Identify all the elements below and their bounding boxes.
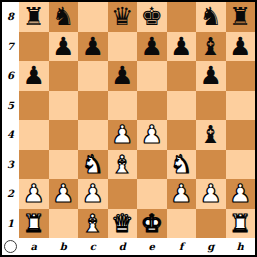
square-a3[interactable]: [19, 150, 49, 180]
square-e7[interactable]: ♟: [137, 32, 167, 62]
square-g5[interactable]: [196, 91, 226, 121]
square-d8[interactable]: ♛: [108, 2, 138, 32]
square-a7[interactable]: [19, 32, 49, 62]
square-a6[interactable]: ♟: [19, 61, 49, 91]
piece-white-queen: ♛: [111, 209, 133, 238]
square-g3[interactable]: [196, 150, 226, 180]
square-g2[interactable]: ♟: [196, 179, 226, 209]
rank-label-2: 2: [2, 179, 19, 209]
square-f2[interactable]: ♟: [167, 179, 197, 209]
square-d3[interactable]: ♝: [108, 150, 138, 180]
square-f7[interactable]: ♟: [167, 32, 197, 62]
piece-white-bishop: ♝: [82, 209, 104, 238]
file-labels: abcdefgh: [19, 238, 255, 255]
square-h7[interactable]: ♟: [226, 32, 256, 62]
piece-white-king: ♚: [141, 209, 163, 238]
file-label-e: e: [137, 238, 167, 255]
bottom-bar: abcdefgh: [2, 238, 255, 255]
square-b2[interactable]: ♟: [49, 179, 79, 209]
square-b1[interactable]: [49, 209, 79, 239]
square-c7[interactable]: ♟: [78, 32, 108, 62]
piece-white-rook: ♜: [229, 209, 251, 238]
square-a2[interactable]: ♟: [19, 179, 49, 209]
square-c6[interactable]: [78, 61, 108, 91]
square-a4[interactable]: [19, 120, 49, 150]
chess-board: ♜♞♛♚♞♜♟♟♟♟♝♟♟♟♟♟♟♝♞♝♞♟♟♟♟♟♟♜♝♛♚♜: [19, 2, 255, 238]
square-d2[interactable]: [108, 179, 138, 209]
square-d1[interactable]: ♛: [108, 209, 138, 239]
rank-label-8: 8: [2, 2, 19, 32]
square-c5[interactable]: [78, 91, 108, 121]
square-e5[interactable]: [137, 91, 167, 121]
square-h4[interactable]: [226, 120, 256, 150]
square-h3[interactable]: [226, 150, 256, 180]
file-label-b: b: [49, 238, 79, 255]
piece-black-pawn: ♟: [23, 61, 45, 90]
square-g7[interactable]: ♝: [196, 32, 226, 62]
piece-black-pawn: ♟: [82, 32, 104, 61]
chess-diagram: 87654321 ♜♞♛♚♞♜♟♟♟♟♝♟♟♟♟♟♟♝♞♝♞♟♟♟♟♟♟♜♝♛♚…: [0, 0, 257, 257]
piece-white-pawn: ♟: [82, 179, 104, 208]
square-f1[interactable]: [167, 209, 197, 239]
square-c8[interactable]: [78, 2, 108, 32]
piece-black-rook: ♜: [229, 2, 251, 31]
piece-black-bishop: ♝: [200, 120, 222, 149]
square-c1[interactable]: ♝: [78, 209, 108, 239]
piece-white-bishop: ♝: [111, 150, 133, 179]
rank-label-6: 6: [2, 61, 19, 91]
square-d4[interactable]: ♟: [108, 120, 138, 150]
piece-black-pawn: ♟: [200, 61, 222, 90]
square-g1[interactable]: [196, 209, 226, 239]
square-f6[interactable]: [167, 61, 197, 91]
square-e6[interactable]: [137, 61, 167, 91]
rank-label-4: 4: [2, 120, 19, 150]
square-g4[interactable]: ♝: [196, 120, 226, 150]
piece-white-knight: ♞: [82, 150, 104, 179]
square-e4[interactable]: ♟: [137, 120, 167, 150]
square-f8[interactable]: [167, 2, 197, 32]
square-d7[interactable]: [108, 32, 138, 62]
square-h5[interactable]: [226, 91, 256, 121]
piece-white-pawn: ♟: [23, 179, 45, 208]
piece-white-rook: ♜: [23, 209, 45, 238]
piece-black-pawn: ♟: [52, 32, 74, 61]
piece-black-pawn: ♟: [141, 32, 163, 61]
file-label-g: g: [196, 238, 226, 255]
piece-black-pawn: ♟: [111, 61, 133, 90]
square-b4[interactable]: [49, 120, 79, 150]
square-e1[interactable]: ♚: [137, 209, 167, 239]
square-g8[interactable]: ♞: [196, 2, 226, 32]
square-b3[interactable]: [49, 150, 79, 180]
square-c3[interactable]: ♞: [78, 150, 108, 180]
file-label-a: a: [19, 238, 49, 255]
rank-label-5: 5: [2, 91, 19, 121]
rank-labels: 87654321: [2, 2, 19, 238]
piece-white-pawn: ♟: [52, 179, 74, 208]
square-f5[interactable]: [167, 91, 197, 121]
piece-white-pawn: ♟: [170, 179, 192, 208]
square-h6[interactable]: [226, 61, 256, 91]
square-h2[interactable]: ♟: [226, 179, 256, 209]
file-label-f: f: [167, 238, 197, 255]
square-c2[interactable]: ♟: [78, 179, 108, 209]
square-d5[interactable]: [108, 91, 138, 121]
piece-black-king: ♚: [141, 2, 163, 31]
piece-white-knight: ♞: [170, 150, 192, 179]
piece-white-pawn: ♟: [141, 120, 163, 149]
piece-black-rook: ♜: [23, 2, 45, 31]
square-h8[interactable]: ♜: [226, 2, 256, 32]
file-label-c: c: [78, 238, 108, 255]
piece-black-knight: ♞: [200, 2, 222, 31]
square-b5[interactable]: [49, 91, 79, 121]
square-g6[interactable]: ♟: [196, 61, 226, 91]
rank-label-7: 7: [2, 32, 19, 62]
square-c4[interactable]: [78, 120, 108, 150]
piece-white-pawn: ♟: [200, 179, 222, 208]
piece-black-pawn: ♟: [170, 32, 192, 61]
piece-black-bishop: ♝: [200, 32, 222, 61]
rank-label-3: 3: [2, 150, 19, 180]
piece-black-queen: ♛: [111, 2, 133, 31]
square-b7[interactable]: ♟: [49, 32, 79, 62]
rank-label-1: 1: [2, 209, 19, 239]
square-d6[interactable]: ♟: [108, 61, 138, 91]
piece-black-pawn: ♟: [229, 32, 251, 61]
square-e3[interactable]: [137, 150, 167, 180]
square-e2[interactable]: [137, 179, 167, 209]
square-a5[interactable]: [19, 91, 49, 121]
square-b8[interactable]: ♞: [49, 2, 79, 32]
square-a1[interactable]: ♜: [19, 209, 49, 239]
piece-black-knight: ♞: [52, 2, 74, 31]
piece-white-pawn: ♟: [229, 179, 251, 208]
file-label-d: d: [108, 238, 138, 255]
piece-white-pawn: ♟: [111, 120, 133, 149]
square-f3[interactable]: ♞: [167, 150, 197, 180]
square-b6[interactable]: [49, 61, 79, 91]
square-e8[interactable]: ♚: [137, 2, 167, 32]
square-h1[interactable]: ♜: [226, 209, 256, 239]
file-label-h: h: [226, 238, 256, 255]
white-to-move-indicator: [4, 240, 17, 253]
square-f4[interactable]: [167, 120, 197, 150]
square-a8[interactable]: ♜: [19, 2, 49, 32]
